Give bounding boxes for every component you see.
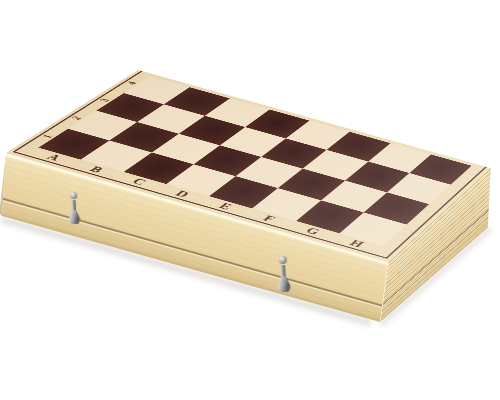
clasp-knob-icon (70, 192, 77, 199)
product-photo: ABCDEFGH 4321 4321 (0, 0, 500, 400)
clasp-stem (280, 265, 285, 278)
hook-clasp-left (65, 192, 83, 229)
clasp-foot (277, 276, 292, 293)
hook-clasp-right (272, 255, 296, 305)
clasp-foot (68, 210, 81, 225)
clasp-knob-icon (278, 256, 286, 264)
clasp-stem (71, 200, 76, 211)
